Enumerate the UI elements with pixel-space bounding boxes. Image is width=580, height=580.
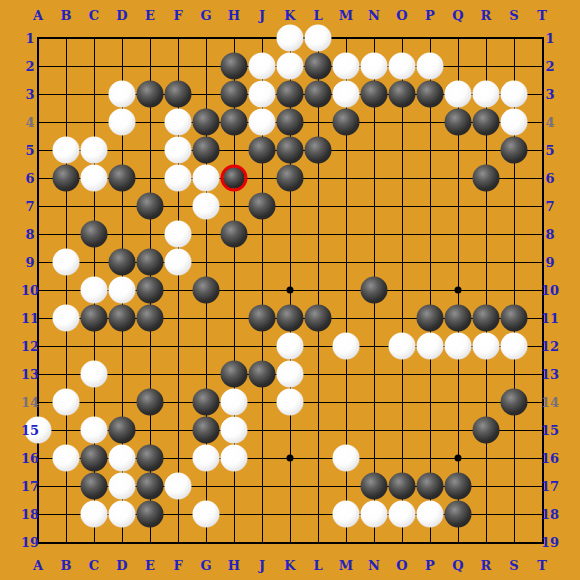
black-stone xyxy=(417,305,444,332)
column-label-bottom: S xyxy=(509,559,518,572)
black-stone xyxy=(361,473,388,500)
black-stone xyxy=(221,53,248,80)
row-label-right: 16 xyxy=(541,452,559,465)
row-label-left: 2 xyxy=(25,60,34,73)
black-stone xyxy=(109,417,136,444)
white-stone xyxy=(277,361,304,388)
white-stone xyxy=(277,333,304,360)
black-stone xyxy=(193,389,220,416)
column-label-top: C xyxy=(89,9,99,22)
white-stone xyxy=(193,193,220,220)
row-label-right: 15 xyxy=(541,424,559,437)
black-stone xyxy=(193,137,220,164)
white-stone xyxy=(81,361,108,388)
black-stone xyxy=(501,305,528,332)
row-label-left: 13 xyxy=(21,368,39,381)
black-stone xyxy=(109,305,136,332)
row-label-left: 5 xyxy=(25,144,34,157)
white-stone xyxy=(109,501,136,528)
column-label-top: F xyxy=(173,9,182,22)
black-stone xyxy=(221,81,248,108)
star-point xyxy=(287,287,294,294)
black-stone xyxy=(221,221,248,248)
white-stone xyxy=(333,81,360,108)
white-stone xyxy=(81,417,108,444)
black-stone xyxy=(249,361,276,388)
white-stone xyxy=(473,81,500,108)
row-label-left: 8 xyxy=(25,228,34,241)
black-stone xyxy=(417,81,444,108)
row-label-right: 9 xyxy=(545,256,554,269)
column-label-bottom: M xyxy=(339,559,353,572)
black-stone xyxy=(501,137,528,164)
row-label-right: 6 xyxy=(545,172,554,185)
column-label-top: E xyxy=(145,9,155,22)
column-label-bottom: Q xyxy=(452,559,463,572)
black-stone xyxy=(305,305,332,332)
white-stone xyxy=(165,473,192,500)
white-stone xyxy=(473,333,500,360)
column-label-bottom: F xyxy=(173,559,182,572)
black-stone xyxy=(137,501,164,528)
column-label-top: Q xyxy=(452,9,463,22)
column-label-top: D xyxy=(116,9,127,22)
row-label-left: 11 xyxy=(21,312,39,325)
black-stone xyxy=(277,305,304,332)
white-stone xyxy=(501,333,528,360)
row-label-right: 8 xyxy=(545,228,554,241)
black-stone xyxy=(473,417,500,444)
column-label-top: N xyxy=(368,9,380,22)
white-stone xyxy=(389,501,416,528)
black-stone xyxy=(473,305,500,332)
white-stone xyxy=(417,53,444,80)
row-label-right: 3 xyxy=(545,88,554,101)
white-stone xyxy=(109,445,136,472)
white-stone xyxy=(333,333,360,360)
row-label-left: 10 xyxy=(21,284,39,297)
white-stone xyxy=(109,109,136,136)
black-stone xyxy=(193,417,220,444)
row-label-right: 1 xyxy=(545,32,554,45)
column-label-bottom: A xyxy=(33,559,43,572)
white-stone xyxy=(53,445,80,472)
row-label-left: 19 xyxy=(21,536,39,549)
column-label-top: H xyxy=(228,9,240,22)
column-label-top: J xyxy=(259,9,265,22)
white-stone xyxy=(333,53,360,80)
column-label-top: G xyxy=(200,9,211,22)
column-label-top: K xyxy=(284,9,295,22)
row-label-left: 17 xyxy=(21,480,39,493)
black-stone xyxy=(249,193,276,220)
black-stone xyxy=(193,277,220,304)
white-stone xyxy=(193,501,220,528)
black-stone xyxy=(221,109,248,136)
column-label-bottom: K xyxy=(284,559,295,572)
row-label-right: 17 xyxy=(541,480,559,493)
white-stone xyxy=(277,25,304,52)
row-label-left: 3 xyxy=(25,88,34,101)
white-stone xyxy=(361,53,388,80)
row-label-right: 19 xyxy=(541,536,559,549)
black-stone xyxy=(137,193,164,220)
column-label-bottom: L xyxy=(313,559,322,572)
black-stone xyxy=(361,277,388,304)
white-stone xyxy=(221,445,248,472)
row-label-left: 7 xyxy=(25,200,34,213)
white-stone xyxy=(361,501,388,528)
black-stone xyxy=(473,165,500,192)
row-label-right: 18 xyxy=(541,508,559,521)
row-label-left: 18 xyxy=(21,508,39,521)
column-label-top: O xyxy=(396,9,407,22)
row-label-right: 5 xyxy=(545,144,554,157)
white-stone xyxy=(81,165,108,192)
column-label-bottom: R xyxy=(481,559,492,572)
black-stone xyxy=(137,249,164,276)
black-stone xyxy=(361,81,388,108)
row-label-right: 7 xyxy=(545,200,554,213)
black-stone xyxy=(165,81,192,108)
row-label-right: 4 xyxy=(545,116,554,129)
black-stone xyxy=(81,221,108,248)
star-point xyxy=(287,455,294,462)
column-label-top: T xyxy=(537,9,547,22)
black-stone xyxy=(473,109,500,136)
white-stone xyxy=(109,81,136,108)
white-stone xyxy=(277,53,304,80)
black-stone xyxy=(137,81,164,108)
black-stone xyxy=(81,445,108,472)
column-label-bottom: N xyxy=(368,559,380,572)
row-label-left: 16 xyxy=(21,452,39,465)
column-label-top: B xyxy=(61,9,72,22)
black-stone xyxy=(445,473,472,500)
star-point xyxy=(455,287,462,294)
column-label-bottom: B xyxy=(61,559,72,572)
column-label-top: A xyxy=(33,9,43,22)
black-stone xyxy=(305,81,332,108)
black-stone xyxy=(445,109,472,136)
black-stone xyxy=(305,137,332,164)
white-stone xyxy=(305,25,332,52)
white-stone xyxy=(165,165,192,192)
white-stone xyxy=(389,53,416,80)
black-stone xyxy=(277,109,304,136)
black-stone xyxy=(305,53,332,80)
row-label-left: 6 xyxy=(25,172,34,185)
white-stone xyxy=(53,137,80,164)
column-label-top: R xyxy=(481,9,492,22)
row-label-right: 14 xyxy=(541,396,559,409)
row-label-right: 2 xyxy=(545,60,554,73)
black-stone xyxy=(333,109,360,136)
row-label-left: 14 xyxy=(21,396,39,409)
row-label-left: 4 xyxy=(25,116,34,129)
star-point xyxy=(455,455,462,462)
black-stone xyxy=(445,305,472,332)
column-label-bottom: H xyxy=(228,559,240,572)
black-stone xyxy=(137,473,164,500)
white-stone xyxy=(81,501,108,528)
black-stone xyxy=(501,389,528,416)
black-stone xyxy=(137,305,164,332)
column-label-bottom: E xyxy=(145,559,155,572)
white-stone xyxy=(249,53,276,80)
row-label-left: 1 xyxy=(25,32,34,45)
white-stone xyxy=(193,445,220,472)
black-stone xyxy=(249,137,276,164)
black-stone xyxy=(277,81,304,108)
white-stone xyxy=(445,81,472,108)
black-stone xyxy=(137,277,164,304)
black-stone xyxy=(81,473,108,500)
row-label-right: 12 xyxy=(541,340,559,353)
white-stone xyxy=(333,501,360,528)
row-label-right: 11 xyxy=(541,312,559,325)
white-stone xyxy=(417,333,444,360)
white-stone xyxy=(417,501,444,528)
column-label-bottom: P xyxy=(425,559,435,572)
white-stone xyxy=(165,221,192,248)
white-stone xyxy=(53,389,80,416)
white-stone xyxy=(81,137,108,164)
column-label-bottom: D xyxy=(116,559,127,572)
last-move-marker xyxy=(221,165,248,192)
column-label-top: L xyxy=(313,9,322,22)
column-label-bottom: C xyxy=(89,559,99,572)
row-label-left: 12 xyxy=(21,340,39,353)
black-stone xyxy=(249,305,276,332)
white-stone xyxy=(249,81,276,108)
black-stone xyxy=(81,305,108,332)
row-label-right: 13 xyxy=(541,368,559,381)
go-board[interactable]: AABBCCDDEEFFGGHHJJKKLLMMNNOOPPQQRRSSTT11… xyxy=(0,0,580,580)
black-stone xyxy=(137,445,164,472)
black-stone xyxy=(277,137,304,164)
black-stone xyxy=(221,361,248,388)
black-stone xyxy=(417,473,444,500)
white-stone xyxy=(109,277,136,304)
column-label-bottom: O xyxy=(396,559,407,572)
white-stone xyxy=(53,305,80,332)
black-stone xyxy=(109,165,136,192)
black-stone xyxy=(137,389,164,416)
black-stone xyxy=(277,165,304,192)
white-stone xyxy=(501,109,528,136)
column-label-top: P xyxy=(425,9,435,22)
white-stone xyxy=(165,109,192,136)
white-stone xyxy=(109,473,136,500)
black-stone xyxy=(193,109,220,136)
white-stone xyxy=(221,417,248,444)
white-stone xyxy=(165,249,192,276)
white-stone xyxy=(53,249,80,276)
column-label-top: S xyxy=(509,9,518,22)
white-stone xyxy=(445,333,472,360)
white-stone xyxy=(193,165,220,192)
column-label-top: M xyxy=(339,9,353,22)
white-stone xyxy=(501,81,528,108)
row-label-left: 9 xyxy=(25,256,34,269)
white-stone xyxy=(249,109,276,136)
column-label-bottom: G xyxy=(200,559,211,572)
black-stone xyxy=(389,473,416,500)
column-label-bottom: T xyxy=(537,559,547,572)
white-stone xyxy=(277,389,304,416)
white-stone xyxy=(389,333,416,360)
black-stone xyxy=(389,81,416,108)
black-stone xyxy=(53,165,80,192)
white-stone xyxy=(81,277,108,304)
white-stone xyxy=(333,445,360,472)
row-label-right: 10 xyxy=(541,284,559,297)
black-stone xyxy=(445,501,472,528)
column-label-bottom: J xyxy=(259,559,265,572)
white-stone xyxy=(165,137,192,164)
row-label-left: 15 xyxy=(21,424,39,437)
black-stone xyxy=(109,249,136,276)
white-stone xyxy=(221,389,248,416)
